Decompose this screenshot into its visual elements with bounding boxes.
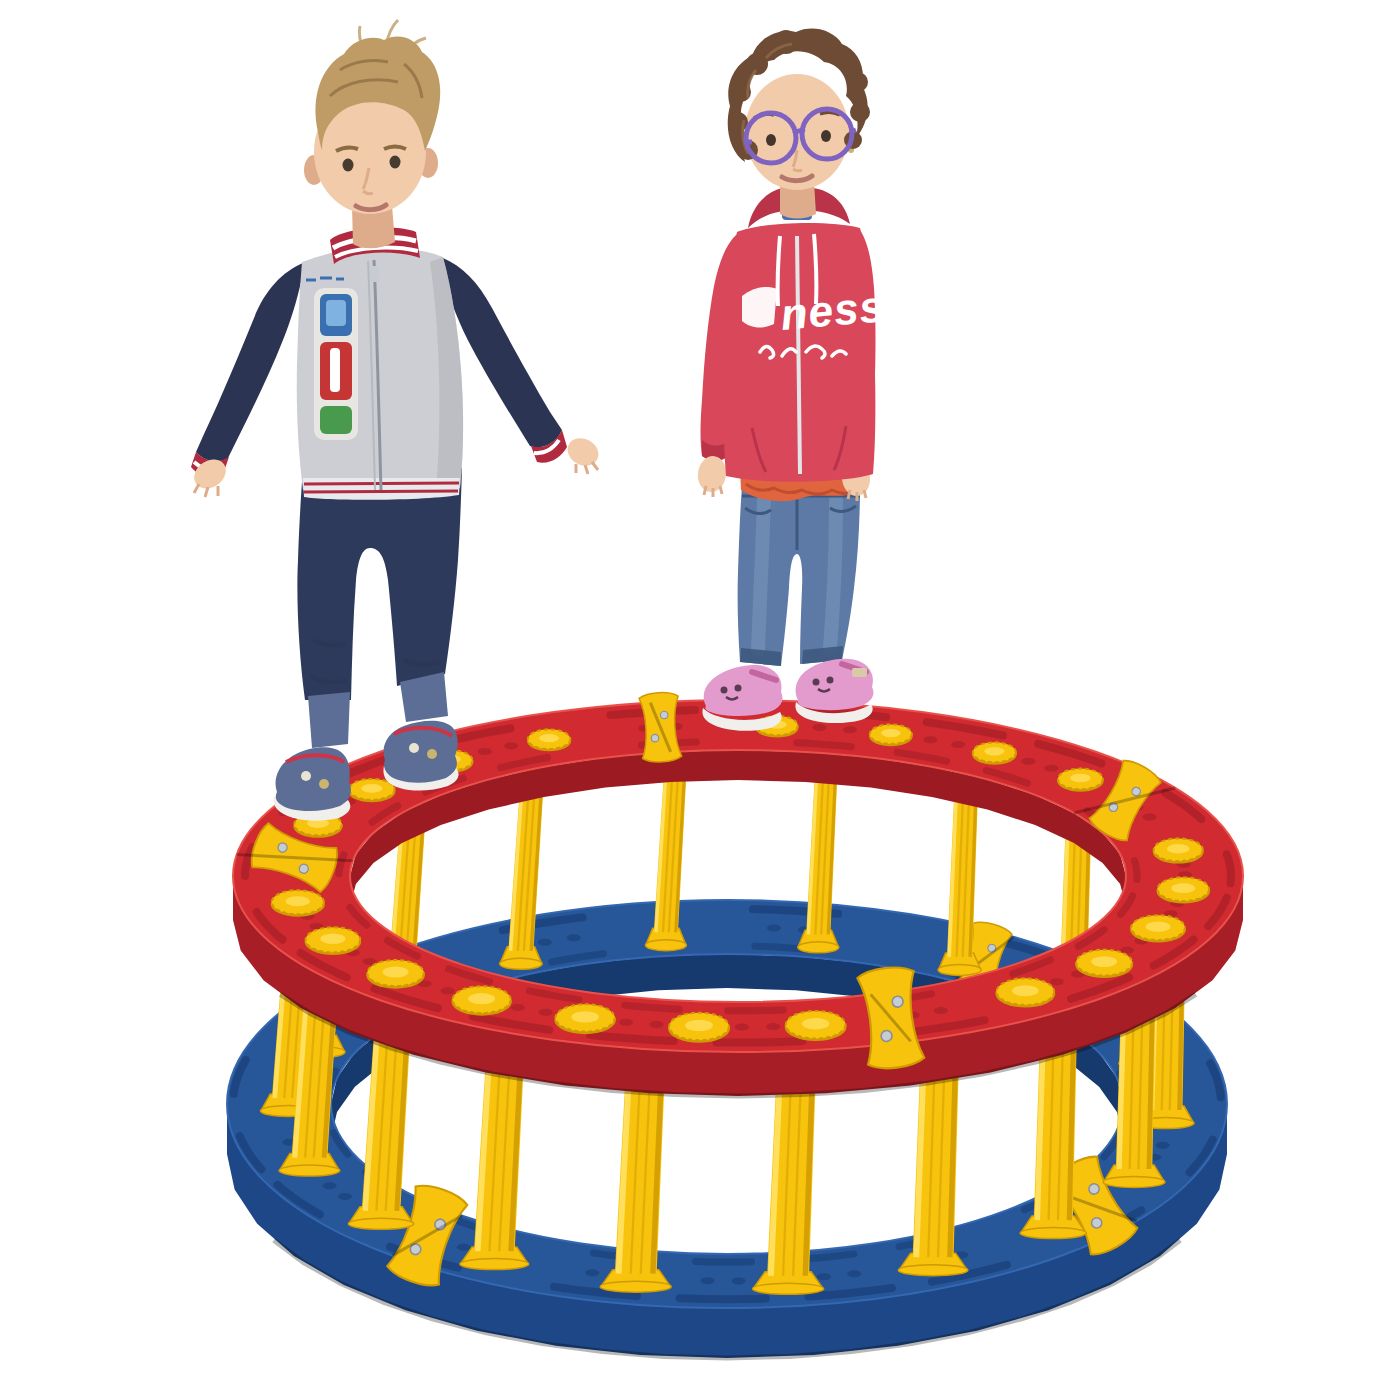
- boy-shoe-right: [383, 721, 458, 791]
- screw-cap-top: [1012, 985, 1039, 996]
- boy-hand-right: [563, 433, 603, 474]
- column-base-foot: [500, 958, 543, 969]
- girl-shoe-right: [795, 659, 873, 723]
- girl-figure: ness: [696, 28, 887, 730]
- screw-cap-top: [685, 1020, 713, 1031]
- blue-ring-dimple: [700, 1277, 714, 1284]
- red-ring-bowtie-screw: [651, 734, 659, 742]
- red-ring-dimple: [934, 1007, 948, 1014]
- blue-ring-dimple: [323, 1182, 337, 1189]
- blue-ring-dimple: [847, 1270, 861, 1277]
- red-ring-dimple: [735, 1023, 749, 1030]
- blue-ring-dimple: [457, 1244, 471, 1251]
- red-ring-dimple: [923, 736, 937, 743]
- blue-ring-dimple: [567, 934, 581, 941]
- red-ring-dimple: [504, 742, 518, 749]
- red-ring-bowtie-screw: [880, 1030, 892, 1042]
- screw-cap-top: [1070, 774, 1091, 783]
- column-base-foot: [279, 1165, 340, 1176]
- blue-ring-dimple: [338, 1193, 352, 1200]
- red-ring-dimple: [812, 724, 826, 731]
- girl-hand-left: [696, 454, 729, 497]
- screw-cap-top: [383, 967, 409, 978]
- column-base-foot: [1020, 1228, 1086, 1239]
- red-ring-slot: [1134, 861, 1137, 880]
- red-ring-dimple: [1050, 978, 1064, 985]
- girl-eye-right: [821, 130, 831, 142]
- screw-cap-top: [802, 1018, 830, 1029]
- screw-cap-top: [1171, 883, 1195, 893]
- red-ring-dimple: [478, 748, 492, 755]
- screw-cap-top: [984, 747, 1004, 755]
- blue-ring-dimple: [585, 1269, 599, 1276]
- red-ring-dimple: [650, 1021, 664, 1028]
- column-base-foot: [460, 1259, 529, 1270]
- blue-ring-slot: [680, 1298, 766, 1299]
- column-base-foot: [645, 940, 686, 951]
- boy-trousers: [297, 468, 462, 700]
- screw-cap-top: [361, 784, 382, 793]
- girl-head: [728, 28, 870, 190]
- screw-cap-top: [881, 729, 900, 737]
- red-ring-slot: [728, 1010, 784, 1011]
- red-ring-dimple: [1044, 765, 1058, 772]
- column-base-foot: [348, 1218, 414, 1229]
- blue-ring-dimple: [817, 1273, 831, 1280]
- red-ring-dimple: [1021, 758, 1035, 765]
- red-ring-bowtie-screw: [892, 996, 904, 1008]
- blue-ring-slot: [696, 1262, 752, 1263]
- boy-sock-left: [308, 692, 350, 748]
- screw-cap-top: [286, 896, 310, 906]
- girl-eye-left: [766, 134, 776, 146]
- red-ring-dimple: [619, 1019, 633, 1026]
- boy-eye-right: [390, 156, 401, 169]
- red-ring-slot: [1227, 854, 1231, 883]
- blue-ring-dimple: [538, 939, 552, 946]
- blue-ring-dimple: [1156, 1142, 1170, 1149]
- red-ring-dimple: [843, 726, 857, 733]
- blue-ring-dimple: [732, 1277, 746, 1284]
- column-base-foot: [798, 942, 839, 953]
- blue-ring-dimple: [767, 924, 781, 931]
- red-ring-slot: [797, 743, 851, 747]
- red-ring-dimple: [441, 987, 455, 994]
- column-base-foot: [600, 1281, 671, 1292]
- red-ring-slot: [625, 1005, 679, 1009]
- girl-shoe-left: [702, 665, 782, 731]
- balance-ring-scene: ness: [0, 0, 1400, 1400]
- screw-cap-top: [1146, 921, 1171, 931]
- red-ring-dimple: [766, 1023, 780, 1030]
- red-ring-bowtie-screw: [660, 711, 668, 719]
- column-base-foot: [938, 964, 981, 975]
- red-ring-dimple: [511, 1004, 525, 1011]
- screw-cap-top: [468, 993, 495, 1004]
- red-ring-slot: [717, 1041, 803, 1042]
- boy-shoe-left: [273, 747, 350, 821]
- girl-hoodie-letter-blob: [742, 287, 777, 328]
- screw-cap-top: [1091, 956, 1117, 967]
- screw-cap-top: [539, 734, 559, 742]
- red-ring-dimple: [951, 741, 965, 748]
- boy-figure: [189, 20, 604, 821]
- boy-sleeve-left: [196, 263, 303, 461]
- column-base-foot: [898, 1265, 968, 1276]
- screw-cap-top: [571, 1011, 598, 1022]
- screw-cap-top: [320, 934, 345, 944]
- boy-zipper-pull: [370, 266, 379, 282]
- column-base-foot: [1103, 1176, 1165, 1187]
- photo-stage: ness: [0, 0, 1400, 1400]
- red-ring-dimple: [1142, 813, 1156, 820]
- boy-head: [304, 20, 440, 214]
- red-ring-dimple: [539, 1009, 553, 1016]
- column-base-foot: [752, 1283, 823, 1294]
- boy-eye-left: [343, 159, 354, 172]
- girl-hoodie-text: ness: [779, 281, 887, 339]
- screw-cap-top: [1167, 844, 1190, 853]
